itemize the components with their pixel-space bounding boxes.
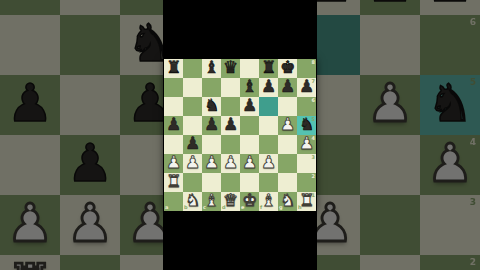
square-f4[interactable] — [259, 135, 278, 154]
white-pawn-a3: ♟ — [7, 197, 54, 249]
square-a4 — [0, 135, 60, 195]
white-pawn-a3[interactable]: ♟ — [166, 154, 181, 171]
square-a3: ♟ — [0, 195, 60, 255]
black-queen-d8[interactable]: ♛ — [223, 59, 238, 76]
square-h3: 3 — [420, 195, 480, 255]
square-g4 — [360, 135, 420, 195]
square-h3[interactable]: 3 — [297, 154, 316, 173]
file-label-g: g — [279, 205, 283, 210]
black-knight-h5: ♞ — [427, 77, 474, 129]
square-h2[interactable]: 2 — [297, 173, 316, 192]
square-e3[interactable]: ♟ — [240, 154, 259, 173]
square-g2[interactable] — [278, 173, 297, 192]
black-pawn-b4[interactable]: ♟ — [185, 135, 200, 152]
square-b7 — [60, 0, 120, 15]
black-pawn-c5[interactable]: ♟ — [204, 116, 219, 133]
square-h5[interactable]: ♞5 — [297, 116, 316, 135]
rank-label-2: 2 — [470, 258, 476, 267]
white-pawn-b3: ♟ — [67, 197, 114, 249]
square-f2[interactable] — [259, 173, 278, 192]
rank-label-3: 3 — [312, 155, 315, 160]
square-a8[interactable]: ♜ — [164, 59, 183, 78]
square-g5[interactable]: ♟ — [278, 116, 297, 135]
square-g2 — [360, 255, 420, 270]
square-h7[interactable]: ♟7 — [297, 78, 316, 97]
rank-label-5: 5 — [312, 117, 315, 122]
rank-label-7: 7 — [312, 79, 315, 84]
file-label-a: a — [165, 205, 168, 210]
black-pawn-a5[interactable]: ♟ — [166, 116, 181, 133]
letterbox-video-strip: ♜♝♛♜♚8♝♟♟♟7♞♟6♟♟♟♟♞5♟♟4♟♟♟♟♟♟3♜2a♞b♝c♛d♚… — [163, 0, 317, 270]
rank-label-3: 3 — [470, 198, 476, 207]
video-frame: ♜♝♛♜♚8♝♟♟♟7♞♟6♟♟♟♟♞5♟♟4♟♟♟♟♟♟3♜2a♞b♝c♛d♚… — [0, 0, 480, 270]
square-d3[interactable]: ♟ — [221, 154, 240, 173]
square-e4[interactable] — [240, 135, 259, 154]
square-a2: ♜ — [0, 255, 60, 270]
square-e5[interactable] — [240, 116, 259, 135]
black-pawn-e6[interactable]: ♟ — [242, 97, 257, 114]
square-h4: ♟4 — [420, 135, 480, 195]
black-rook-f8[interactable]: ♜ — [261, 59, 276, 76]
file-label-f: f — [260, 205, 262, 210]
square-e7[interactable]: ♝ — [240, 78, 259, 97]
black-knight-c6[interactable]: ♞ — [204, 97, 219, 114]
square-g6 — [360, 15, 420, 75]
square-a5: ♟ — [0, 75, 60, 135]
white-rook-a2: ♜ — [7, 257, 54, 270]
white-pawn-g5[interactable]: ♟ — [280, 116, 295, 133]
square-d7[interactable] — [221, 78, 240, 97]
square-a3[interactable]: ♟ — [164, 154, 183, 173]
square-g8[interactable]: ♚ — [278, 59, 297, 78]
square-g5: ♟ — [360, 75, 420, 135]
square-b1[interactable]: ♞b — [183, 192, 202, 211]
file-label-d: d — [222, 205, 226, 210]
white-pawn-e3[interactable]: ♟ — [242, 154, 257, 171]
square-e6[interactable]: ♟ — [240, 97, 259, 116]
file-label-b: b — [184, 205, 188, 210]
square-d2[interactable] — [221, 173, 240, 192]
square-g3 — [360, 195, 420, 255]
square-e2[interactable] — [240, 173, 259, 192]
white-bishop-f1[interactable]: ♝ — [261, 192, 276, 209]
square-a6 — [0, 15, 60, 75]
square-g1[interactable]: ♞g — [278, 192, 297, 211]
square-h6: 6 — [420, 15, 480, 75]
rank-label-6: 6 — [470, 18, 476, 27]
square-c8[interactable]: ♝ — [202, 59, 221, 78]
square-f6[interactable] — [259, 97, 278, 116]
black-pawn-h7: ♟ — [427, 0, 474, 9]
square-g7: ♟ — [360, 0, 420, 15]
square-g4[interactable] — [278, 135, 297, 154]
square-h8[interactable]: 8 — [297, 59, 316, 78]
square-e1[interactable]: ♚e — [240, 192, 259, 211]
square-f8[interactable]: ♜ — [259, 59, 278, 78]
white-pawn-h4: ♟ — [427, 137, 474, 189]
square-d1[interactable]: ♛d — [221, 192, 240, 211]
square-c6[interactable]: ♞ — [202, 97, 221, 116]
file-label-c: c — [203, 205, 206, 210]
square-c5[interactable]: ♟ — [202, 116, 221, 135]
black-bishop-c8[interactable]: ♝ — [204, 59, 219, 76]
square-b3[interactable]: ♟ — [183, 154, 202, 173]
file-label-h: h — [298, 205, 302, 210]
chess-board[interactable]: ♜♝♛♜♚8♝♟♟♟7♞♟6♟♟♟♟♞5♟♟4♟♟♟♟♟♟3♜2a♞b♝c♛d♚… — [164, 59, 316, 211]
square-a4[interactable] — [164, 135, 183, 154]
square-g7[interactable]: ♟ — [278, 78, 297, 97]
rank-label-4: 4 — [312, 136, 315, 141]
square-d6[interactable] — [221, 97, 240, 116]
rank-label-8: 8 — [312, 60, 315, 65]
square-e8[interactable] — [240, 59, 259, 78]
square-a7[interactable] — [164, 78, 183, 97]
rank-label-6: 6 — [312, 98, 315, 103]
white-rook-a2[interactable]: ♜ — [166, 173, 181, 190]
square-d5[interactable]: ♟ — [221, 116, 240, 135]
square-b2 — [60, 255, 120, 270]
square-f3[interactable]: ♟ — [259, 154, 278, 173]
square-d8[interactable]: ♛ — [221, 59, 240, 78]
square-c3[interactable]: ♟ — [202, 154, 221, 173]
black-pawn-g7: ♟ — [367, 0, 414, 9]
white-pawn-f3[interactable]: ♟ — [261, 154, 276, 171]
square-c4[interactable] — [202, 135, 221, 154]
square-h1[interactable]: ♜1h — [297, 192, 316, 211]
white-pawn-b3[interactable]: ♟ — [185, 154, 200, 171]
square-f1[interactable]: ♝f — [259, 192, 278, 211]
square-f7[interactable]: ♟ — [259, 78, 278, 97]
black-pawn-a5: ♟ — [7, 77, 54, 129]
square-h7: ♟7 — [420, 0, 480, 15]
square-b8[interactable] — [183, 59, 202, 78]
rank-label-1: 1 — [312, 193, 315, 198]
square-b6[interactable] — [183, 97, 202, 116]
black-king-g8[interactable]: ♚ — [280, 59, 295, 76]
black-pawn-b4: ♟ — [67, 137, 114, 189]
black-pawn-g7[interactable]: ♟ — [280, 78, 295, 95]
white-pawn-c3[interactable]: ♟ — [204, 154, 219, 171]
square-b3: ♟ — [60, 195, 120, 255]
square-a1[interactable]: a — [164, 192, 183, 211]
black-pawn-d5[interactable]: ♟ — [223, 116, 238, 133]
square-a5[interactable]: ♟ — [164, 116, 183, 135]
rank-label-4: 4 — [470, 138, 476, 147]
file-label-e: e — [241, 205, 244, 210]
square-h5: ♞5 — [420, 75, 480, 135]
white-bishop-c1[interactable]: ♝ — [204, 192, 219, 209]
square-b4[interactable]: ♟ — [183, 135, 202, 154]
square-g3[interactable] — [278, 154, 297, 173]
square-b2[interactable] — [183, 173, 202, 192]
black-pawn-f7[interactable]: ♟ — [261, 78, 276, 95]
square-a7 — [0, 0, 60, 15]
black-rook-a8[interactable]: ♜ — [166, 59, 181, 76]
square-b5[interactable] — [183, 116, 202, 135]
square-c2[interactable] — [202, 173, 221, 192]
rank-label-2: 2 — [312, 174, 315, 179]
square-b7[interactable] — [183, 78, 202, 97]
square-a2[interactable]: ♜ — [164, 173, 183, 192]
square-f5[interactable] — [259, 116, 278, 135]
square-b6 — [60, 15, 120, 75]
square-g6[interactable] — [278, 97, 297, 116]
square-h4[interactable]: ♟4 — [297, 135, 316, 154]
square-a6[interactable] — [164, 97, 183, 116]
square-b5 — [60, 75, 120, 135]
square-b4: ♟ — [60, 135, 120, 195]
square-h2: 2 — [420, 255, 480, 270]
white-pawn-d3[interactable]: ♟ — [223, 154, 238, 171]
square-d4[interactable] — [221, 135, 240, 154]
white-pawn-g5: ♟ — [367, 77, 414, 129]
square-c1[interactable]: ♝c — [202, 192, 221, 211]
black-bishop-e7[interactable]: ♝ — [242, 78, 257, 95]
rank-label-5: 5 — [470, 78, 476, 87]
square-h6[interactable]: 6 — [297, 97, 316, 116]
square-c7[interactable] — [202, 78, 221, 97]
